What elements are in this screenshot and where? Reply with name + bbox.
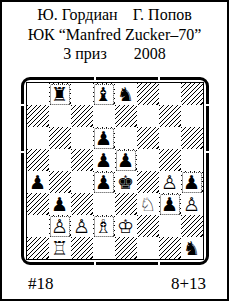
piece-black-pawn: ♟	[27, 171, 49, 193]
piece-black-pawn: ♟	[93, 149, 115, 171]
diagram-page: Ю. Гордиан Г. Попов ЮК “Manfred Zucker–7…	[0, 0, 229, 301]
piece-black-pawn: ♟	[160, 194, 180, 215]
square-c1	[71, 237, 93, 259]
piece-black-pawn: ♟	[116, 150, 136, 171]
board-inner-border: ♜♝♞♟♟♟♟♟♚♙♟♟♘♟♙♙♙♗♔♖♞	[26, 82, 204, 260]
square-b2: ♙	[49, 215, 71, 237]
square-d7	[93, 105, 115, 127]
square-g4: ♙	[159, 171, 181, 193]
piece-black-pawn: ♟	[49, 193, 71, 215]
piece-black-pawn: ♟	[182, 172, 202, 193]
square-e8: ♞	[115, 83, 137, 105]
square-g3: ♟	[159, 193, 181, 215]
square-a1	[27, 237, 49, 259]
square-g8	[159, 83, 181, 105]
square-c5	[71, 149, 93, 171]
square-c7	[71, 105, 93, 127]
square-g7	[159, 105, 181, 127]
frame-tick	[206, 104, 209, 106]
frame-tick	[94, 262, 96, 265]
square-a2	[27, 215, 49, 237]
piece-black-pawn: ♟	[94, 128, 114, 149]
square-f1	[137, 237, 159, 259]
square-b3: ♟	[49, 193, 71, 215]
piece-white-pawn: ♙	[71, 215, 93, 237]
square-a6	[27, 127, 49, 149]
square-h6	[181, 127, 203, 149]
award-line: 3 приз 2008	[2, 44, 227, 64]
square-h3: ♙	[181, 193, 203, 215]
frame-tick	[158, 262, 160, 265]
piece-black-knight: ♞	[115, 83, 137, 105]
board-area: ♜♝♞♟♟♟♟♟♚♙♟♟♘♟♙♙♙♗♔♖♞	[2, 77, 227, 265]
piece-white-king: ♔	[115, 215, 137, 237]
square-e2: ♔	[115, 215, 137, 237]
diagram-header: Ю. Гордиан Г. Попов ЮК “Manfred Zucker–7…	[2, 5, 227, 64]
piece-black-knight: ♞	[181, 237, 203, 259]
square-b8: ♜	[49, 83, 71, 105]
square-h7	[181, 105, 203, 127]
square-c2: ♙	[71, 215, 93, 237]
square-a4: ♟	[27, 171, 49, 193]
square-f3: ♘	[137, 193, 159, 215]
square-h2	[181, 215, 203, 237]
square-f2	[137, 215, 159, 237]
square-d4: ♟	[93, 171, 115, 193]
frame-tick	[21, 151, 24, 153]
square-f8	[137, 83, 159, 105]
material-count-label: 8+13	[171, 274, 206, 294]
square-f6	[137, 127, 159, 149]
prize-label: 3 приз	[63, 44, 106, 64]
square-a5	[27, 149, 49, 171]
piece-black-pawn: ♟	[94, 172, 114, 193]
square-e7	[115, 105, 137, 127]
square-b5	[49, 149, 71, 171]
frame-tick	[21, 104, 24, 106]
tourney-line: ЮК “Manfred Zucker–70”	[2, 25, 227, 45]
square-c3	[71, 193, 93, 215]
piece-white-knight: ♘	[137, 193, 159, 215]
square-d1	[93, 237, 115, 259]
square-d2: ♗	[93, 215, 115, 237]
piece-white-pawn: ♙	[50, 216, 70, 237]
square-e4: ♚	[115, 171, 137, 193]
square-g2	[159, 215, 181, 237]
square-f5	[137, 149, 159, 171]
square-d8: ♝	[93, 83, 115, 105]
piece-white-pawn: ♙	[159, 171, 181, 193]
stipulation-label: #18	[28, 274, 54, 294]
piece-white-bishop: ♗	[94, 216, 114, 237]
square-d3	[93, 193, 115, 215]
square-g1	[159, 237, 181, 259]
square-b1: ♖	[49, 237, 71, 259]
square-g5	[159, 149, 181, 171]
square-a7	[27, 105, 49, 127]
square-h8	[181, 83, 203, 105]
piece-black-rook: ♜	[50, 84, 70, 105]
square-b7	[49, 105, 71, 127]
square-d6: ♟	[93, 127, 115, 149]
chess-board: ♜♝♞♟♟♟♟♟♚♙♟♟♘♟♙♙♙♗♔♖♞	[27, 83, 203, 259]
piece-white-pawn: ♙	[181, 193, 203, 215]
square-h5	[181, 149, 203, 171]
piece-black-bishop: ♝	[94, 84, 114, 105]
frame-tick	[206, 151, 209, 153]
square-h4: ♟	[181, 171, 203, 193]
square-h1: ♞	[181, 237, 203, 259]
frame-tick	[94, 77, 96, 80]
square-e5: ♟	[115, 149, 137, 171]
square-c6	[71, 127, 93, 149]
square-e6	[115, 127, 137, 149]
diagram-footer: #18 8+13	[28, 274, 206, 294]
frame-tick	[158, 77, 160, 80]
square-f4	[137, 171, 159, 193]
square-a8	[27, 83, 49, 105]
square-e1	[115, 237, 137, 259]
square-b6	[49, 127, 71, 149]
square-a3	[27, 193, 49, 215]
composers-line: Ю. Гордиан Г. Попов	[2, 5, 227, 25]
year-label: 2008	[134, 44, 166, 64]
piece-white-rook: ♖	[49, 237, 71, 259]
tourney-title: ЮК “Manfred Zucker–70”	[28, 25, 202, 45]
square-b4	[49, 171, 71, 193]
piece-black-king: ♚	[115, 171, 137, 193]
square-c8	[71, 83, 93, 105]
square-d5: ♟	[93, 149, 115, 171]
square-g6	[159, 127, 181, 149]
square-f7	[137, 105, 159, 127]
square-c4	[71, 171, 93, 193]
board-frame: ♜♝♞♟♟♟♟♟♚♙♟♟♘♟♙♙♙♗♔♖♞	[21, 77, 209, 265]
composer-right: Г. Попов	[133, 5, 192, 25]
square-e3	[115, 193, 137, 215]
composer-left: Ю. Гордиан	[37, 5, 117, 25]
